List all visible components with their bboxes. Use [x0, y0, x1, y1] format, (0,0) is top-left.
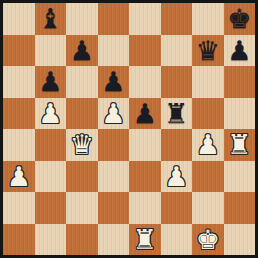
square-h7[interactable]: ♟	[224, 35, 256, 67]
square-h1[interactable]	[224, 224, 256, 256]
square-g4[interactable]: ♟	[192, 129, 224, 161]
square-a7[interactable]	[3, 35, 35, 67]
square-d2[interactable]	[98, 192, 130, 224]
square-f5[interactable]: ♜	[161, 98, 193, 130]
square-b2[interactable]	[35, 192, 67, 224]
square-h8[interactable]: ♚	[224, 3, 256, 35]
square-f4[interactable]	[161, 129, 193, 161]
square-h6[interactable]	[224, 66, 256, 98]
square-g5[interactable]	[192, 98, 224, 130]
square-b7[interactable]	[35, 35, 67, 67]
white-pawn-piece[interactable]: ♟	[164, 161, 188, 193]
square-f6[interactable]	[161, 66, 193, 98]
square-h2[interactable]	[224, 192, 256, 224]
white-pawn-piece[interactable]: ♟	[38, 98, 62, 130]
square-h5[interactable]	[224, 98, 256, 130]
white-king-piece[interactable]: ♚	[196, 224, 220, 256]
black-pawn-piece[interactable]: ♟	[133, 98, 157, 130]
white-queen-piece[interactable]: ♛	[70, 129, 94, 161]
square-f1[interactable]	[161, 224, 193, 256]
white-pawn-piece[interactable]: ♟	[7, 161, 31, 193]
square-e1[interactable]: ♜	[129, 224, 161, 256]
square-e3[interactable]	[129, 161, 161, 193]
square-g1[interactable]: ♚	[192, 224, 224, 256]
square-e4[interactable]	[129, 129, 161, 161]
square-f8[interactable]	[161, 3, 193, 35]
square-f3[interactable]: ♟	[161, 161, 193, 193]
black-bishop-piece[interactable]: ♝	[38, 3, 62, 35]
square-c8[interactable]	[66, 3, 98, 35]
square-g2[interactable]	[192, 192, 224, 224]
square-c6[interactable]	[66, 66, 98, 98]
square-b4[interactable]	[35, 129, 67, 161]
black-pawn-piece[interactable]: ♟	[101, 66, 125, 98]
square-e5[interactable]: ♟	[129, 98, 161, 130]
chess-board: ♝♚♟♛♟♟♟♟♟♟♜♛♟♜♟♟♜♚	[3, 3, 255, 255]
square-d6[interactable]: ♟	[98, 66, 130, 98]
square-e2[interactable]	[129, 192, 161, 224]
white-pawn-piece[interactable]: ♟	[101, 98, 125, 130]
square-c5[interactable]	[66, 98, 98, 130]
square-a8[interactable]	[3, 3, 35, 35]
white-pawn-piece[interactable]: ♟	[196, 129, 220, 161]
square-g8[interactable]	[192, 3, 224, 35]
square-d7[interactable]	[98, 35, 130, 67]
square-a6[interactable]	[3, 66, 35, 98]
black-pawn-piece[interactable]: ♟	[38, 66, 62, 98]
square-a5[interactable]	[3, 98, 35, 130]
square-c1[interactable]	[66, 224, 98, 256]
square-a4[interactable]	[3, 129, 35, 161]
square-a3[interactable]: ♟	[3, 161, 35, 193]
square-d4[interactable]	[98, 129, 130, 161]
black-rook-piece[interactable]: ♜	[164, 98, 188, 130]
square-d5[interactable]: ♟	[98, 98, 130, 130]
square-g3[interactable]	[192, 161, 224, 193]
square-d3[interactable]	[98, 161, 130, 193]
square-a2[interactable]	[3, 192, 35, 224]
square-f2[interactable]	[161, 192, 193, 224]
square-c4[interactable]: ♛	[66, 129, 98, 161]
square-d1[interactable]	[98, 224, 130, 256]
black-pawn-piece[interactable]: ♟	[70, 35, 94, 67]
square-d8[interactable]	[98, 3, 130, 35]
black-king-piece[interactable]: ♚	[227, 3, 251, 35]
black-pawn-piece[interactable]: ♟	[227, 35, 251, 67]
square-g7[interactable]: ♛	[192, 35, 224, 67]
square-c7[interactable]: ♟	[66, 35, 98, 67]
square-b6[interactable]: ♟	[35, 66, 67, 98]
square-c3[interactable]	[66, 161, 98, 193]
square-b3[interactable]	[35, 161, 67, 193]
white-rook-piece[interactable]: ♜	[227, 129, 251, 161]
square-g6[interactable]	[192, 66, 224, 98]
square-h3[interactable]	[224, 161, 256, 193]
square-e7[interactable]	[129, 35, 161, 67]
square-b1[interactable]	[35, 224, 67, 256]
square-h4[interactable]: ♜	[224, 129, 256, 161]
square-e6[interactable]	[129, 66, 161, 98]
square-a1[interactable]	[3, 224, 35, 256]
square-e8[interactable]	[129, 3, 161, 35]
square-b5[interactable]: ♟	[35, 98, 67, 130]
black-queen-piece[interactable]: ♛	[196, 35, 220, 67]
square-f7[interactable]	[161, 35, 193, 67]
square-c2[interactable]	[66, 192, 98, 224]
white-rook-piece[interactable]: ♜	[133, 224, 157, 256]
square-b8[interactable]: ♝	[35, 3, 67, 35]
chess-board-frame: ♝♚♟♛♟♟♟♟♟♟♜♛♟♜♟♟♜♚	[0, 0, 258, 258]
